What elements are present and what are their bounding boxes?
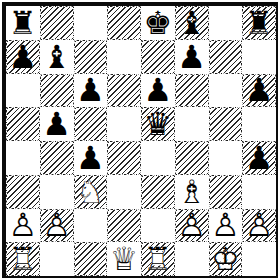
square-d4[interactable] <box>107 141 141 175</box>
piece-black-rook: ♜♜ <box>243 7 275 39</box>
piece-white-pawn: ♟♙ <box>41 210 73 242</box>
piece-glyph: ♚ <box>141 6 175 40</box>
square-a1[interactable]: ♜♖ <box>6 242 40 276</box>
square-f2[interactable]: ♟♙ <box>175 209 209 243</box>
piece-white-pawn: ♟♙ <box>6 209 40 243</box>
piece-glyph: ♙ <box>6 209 40 243</box>
square-f7[interactable]: ♟♟ <box>175 40 209 74</box>
piece-glyph: ♙ <box>176 210 208 242</box>
square-f8[interactable]: ♝♝ <box>175 6 209 40</box>
square-d5[interactable] <box>107 107 141 141</box>
piece-black-pawn: ♟♟ <box>74 141 108 175</box>
square-d2[interactable] <box>107 209 141 243</box>
piece-white-pawn: ♟♙ <box>243 210 275 242</box>
square-g5[interactable] <box>209 107 243 141</box>
piece-black-pawn: ♟♟ <box>7 41 39 73</box>
square-c3[interactable]: ♞♘ <box>74 175 108 209</box>
square-e1[interactable]: ♜♖ <box>141 242 175 276</box>
square-b6[interactable] <box>40 74 74 108</box>
piece-glyph: ♖ <box>142 243 174 275</box>
square-e2[interactable] <box>141 209 175 243</box>
piece-glyph: ♟ <box>175 40 209 74</box>
piece-glyph: ♘ <box>75 176 107 208</box>
square-a7[interactable]: ♟♟ <box>6 40 40 74</box>
square-h4[interactable]: ♟♟ <box>242 141 276 175</box>
square-d6[interactable] <box>107 74 141 108</box>
square-c6[interactable]: ♟♟ <box>74 74 108 108</box>
square-e7[interactable] <box>141 40 175 74</box>
piece-black-pawn: ♟♟ <box>74 74 108 108</box>
square-f3[interactable]: ♝♗ <box>175 175 209 209</box>
square-h2[interactable]: ♟♙ <box>242 209 276 243</box>
piece-glyph: ♟ <box>243 142 275 174</box>
board-frame: ♜♜♚♚♝♝♜♜♟♟♝♝♟♟♟♟♟♟♟♟♟♟♛♛♟♟♟♟♞♘♝♗♟♙♟♙♟♙♟♙… <box>2 2 278 278</box>
square-d3[interactable] <box>107 175 141 209</box>
piece-glyph: ♟ <box>243 75 275 107</box>
square-e5[interactable]: ♛♛ <box>141 107 175 141</box>
piece-white-bishop: ♝♗ <box>175 175 209 209</box>
square-f4[interactable] <box>175 141 209 175</box>
square-f6[interactable] <box>175 74 209 108</box>
piece-white-queen: ♛♕ <box>107 242 141 276</box>
piece-white-pawn: ♟♙ <box>209 209 243 243</box>
piece-glyph: ♕ <box>107 242 141 276</box>
piece-white-rook: ♜♖ <box>7 243 39 275</box>
square-e8[interactable]: ♚♚ <box>141 6 175 40</box>
piece-glyph: ♙ <box>243 210 275 242</box>
piece-black-bishop: ♝♝ <box>176 7 208 39</box>
piece-black-king: ♚♚ <box>141 6 175 40</box>
piece-black-queen: ♛♛ <box>142 108 174 140</box>
chess-diagram: ♜♜♚♚♝♝♜♜♟♟♝♝♟♟♟♟♟♟♟♟♟♟♛♛♟♟♟♟♞♘♝♗♟♙♟♙♟♙♟♙… <box>0 0 280 280</box>
square-g2[interactable]: ♟♙ <box>209 209 243 243</box>
piece-black-pawn: ♟♟ <box>243 142 275 174</box>
square-e3[interactable] <box>141 175 175 209</box>
square-g6[interactable] <box>209 74 243 108</box>
square-a5[interactable] <box>6 107 40 141</box>
square-h6[interactable]: ♟♟ <box>242 74 276 108</box>
piece-glyph: ♗ <box>175 175 209 209</box>
square-b1[interactable] <box>40 242 74 276</box>
piece-black-pawn: ♟♟ <box>175 40 209 74</box>
square-c1[interactable] <box>74 242 108 276</box>
square-a8[interactable]: ♜♜ <box>6 6 40 40</box>
piece-glyph: ♟ <box>74 74 108 108</box>
square-a2[interactable]: ♟♙ <box>6 209 40 243</box>
piece-glyph: ♔ <box>210 243 242 275</box>
square-g7[interactable] <box>209 40 243 74</box>
square-b7[interactable]: ♝♝ <box>40 40 74 74</box>
square-b2[interactable]: ♟♙ <box>40 209 74 243</box>
piece-glyph: ♟ <box>40 107 74 141</box>
square-c4[interactable]: ♟♟ <box>74 141 108 175</box>
piece-glyph: ♜ <box>243 7 275 39</box>
square-a4[interactable] <box>6 141 40 175</box>
piece-white-king: ♚♔ <box>210 243 242 275</box>
square-d1[interactable]: ♛♕ <box>107 242 141 276</box>
square-a3[interactable] <box>6 175 40 209</box>
piece-black-rook: ♜♜ <box>6 6 40 40</box>
piece-black-pawn: ♟♟ <box>243 75 275 107</box>
square-e6[interactable]: ♟♟ <box>141 74 175 108</box>
piece-glyph: ♟ <box>74 141 108 175</box>
square-a6[interactable] <box>6 74 40 108</box>
square-d8[interactable] <box>107 6 141 40</box>
piece-glyph: ♟ <box>141 74 175 108</box>
piece-glyph: ♙ <box>209 209 243 243</box>
square-g3[interactable] <box>209 175 243 209</box>
square-c2[interactable] <box>74 209 108 243</box>
square-h7[interactable] <box>242 40 276 74</box>
square-g8[interactable] <box>209 6 243 40</box>
square-b4[interactable] <box>40 141 74 175</box>
piece-glyph: ♙ <box>41 210 73 242</box>
square-g4[interactable] <box>209 141 243 175</box>
piece-black-pawn: ♟♟ <box>141 74 175 108</box>
square-f1[interactable] <box>175 242 209 276</box>
chess-board: ♜♜♚♚♝♝♜♜♟♟♝♝♟♟♟♟♟♟♟♟♟♟♛♛♟♟♟♟♞♘♝♗♟♙♟♙♟♙♟♙… <box>6 6 276 276</box>
square-b3[interactable] <box>40 175 74 209</box>
piece-glyph: ♜ <box>6 6 40 40</box>
piece-white-pawn: ♟♙ <box>176 210 208 242</box>
square-h1[interactable] <box>242 242 276 276</box>
square-d7[interactable] <box>107 40 141 74</box>
piece-glyph: ♝ <box>176 7 208 39</box>
piece-glyph: ♟ <box>7 41 39 73</box>
square-c8[interactable] <box>74 6 108 40</box>
square-g1[interactable]: ♚♔ <box>209 242 243 276</box>
square-b5[interactable]: ♟♟ <box>40 107 74 141</box>
piece-black-pawn: ♟♟ <box>40 107 74 141</box>
square-c5[interactable] <box>74 107 108 141</box>
piece-glyph: ♝ <box>40 40 74 74</box>
square-h3[interactable] <box>242 175 276 209</box>
square-e4[interactable] <box>141 141 175 175</box>
piece-white-rook: ♜♖ <box>142 243 174 275</box>
square-b8[interactable] <box>40 6 74 40</box>
piece-white-knight: ♞♘ <box>75 176 107 208</box>
square-c7[interactable] <box>74 40 108 74</box>
piece-black-bishop: ♝♝ <box>40 40 74 74</box>
square-f5[interactable] <box>175 107 209 141</box>
square-h8[interactable]: ♜♜ <box>242 6 276 40</box>
piece-glyph: ♖ <box>7 243 39 275</box>
square-h5[interactable] <box>242 107 276 141</box>
piece-glyph: ♛ <box>142 108 174 140</box>
